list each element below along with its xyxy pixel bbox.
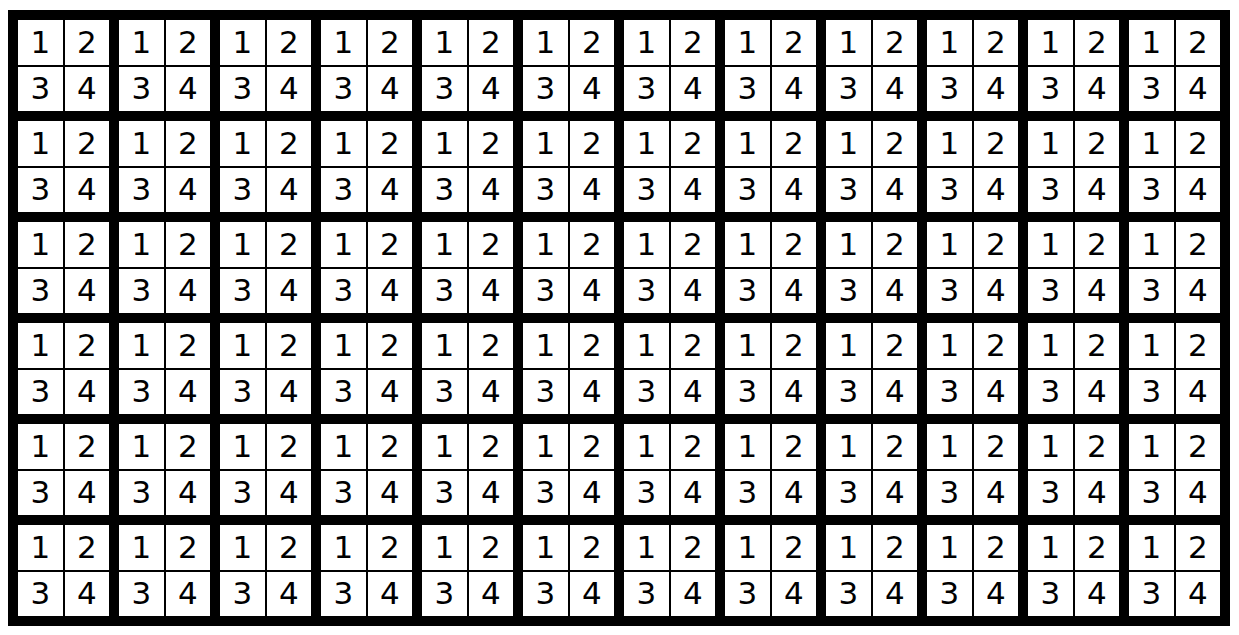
- block: 1234: [826, 121, 917, 212]
- cell: 4: [772, 67, 817, 112]
- block: 1234: [523, 20, 614, 111]
- cell: 3: [119, 471, 164, 516]
- cell: 3: [422, 471, 467, 516]
- cell: 3: [624, 67, 669, 112]
- cell: 1: [220, 121, 265, 166]
- cell: 1: [1028, 525, 1073, 570]
- block: 1234: [826, 525, 917, 616]
- cell: 1: [523, 424, 568, 469]
- cell: 2: [368, 323, 413, 368]
- cell: 4: [671, 572, 716, 617]
- cell: 2: [469, 323, 514, 368]
- block: 1234: [18, 121, 109, 212]
- cell: 2: [368, 121, 413, 166]
- cell: 2: [570, 525, 615, 570]
- puzzle-board: 1234123412341234123412341234123412341234…: [8, 10, 1230, 626]
- cell: 3: [220, 67, 265, 112]
- cell: 1: [725, 525, 770, 570]
- cell: 4: [1075, 168, 1120, 213]
- cell: 3: [220, 269, 265, 314]
- block: 1234: [624, 20, 715, 111]
- block: 1234: [1129, 323, 1220, 414]
- cell: 3: [523, 67, 568, 112]
- cell: 2: [1075, 222, 1120, 267]
- cell: 2: [671, 20, 716, 65]
- block: 1234: [18, 20, 109, 111]
- block: 1234: [927, 323, 1018, 414]
- cell: 2: [873, 20, 918, 65]
- cell: 4: [65, 67, 110, 112]
- cell: 2: [1075, 424, 1120, 469]
- cell: 3: [624, 168, 669, 213]
- cell: 3: [1129, 269, 1174, 314]
- cell: 1: [422, 525, 467, 570]
- block: 1234: [725, 323, 816, 414]
- cell: 1: [18, 424, 63, 469]
- cell: 4: [873, 67, 918, 112]
- cell: 4: [772, 471, 817, 516]
- cell: 1: [826, 424, 871, 469]
- cell: 2: [873, 323, 918, 368]
- cell: 3: [826, 67, 871, 112]
- cell: 4: [570, 471, 615, 516]
- cell: 2: [368, 222, 413, 267]
- cell: 4: [469, 370, 514, 415]
- cell: 1: [826, 323, 871, 368]
- block: 1234: [1028, 424, 1119, 515]
- cell: 2: [267, 121, 312, 166]
- cell: 4: [469, 67, 514, 112]
- cell: 3: [119, 370, 164, 415]
- cell: 4: [1176, 269, 1221, 314]
- cell: 4: [368, 370, 413, 415]
- cell: 1: [220, 222, 265, 267]
- cell: 1: [725, 20, 770, 65]
- cell: 2: [1075, 525, 1120, 570]
- cell: 1: [18, 222, 63, 267]
- block: 1234: [18, 222, 109, 313]
- cell: 2: [469, 525, 514, 570]
- cell: 1: [1028, 222, 1073, 267]
- block: 1234: [927, 121, 1018, 212]
- cell: 4: [974, 269, 1019, 314]
- cell: 1: [624, 222, 669, 267]
- cell: 4: [570, 572, 615, 617]
- cell: 2: [65, 323, 110, 368]
- cell: 4: [469, 168, 514, 213]
- cell: 4: [1176, 572, 1221, 617]
- cell: 4: [267, 471, 312, 516]
- cell: 1: [1129, 525, 1174, 570]
- cell: 4: [671, 471, 716, 516]
- cell: 1: [725, 121, 770, 166]
- cell: 1: [1028, 20, 1073, 65]
- cell: 4: [671, 370, 716, 415]
- cell: 4: [469, 471, 514, 516]
- cell: 3: [321, 67, 366, 112]
- cell: 3: [18, 168, 63, 213]
- cell: 1: [422, 323, 467, 368]
- block: 1234: [119, 121, 210, 212]
- cell: 2: [166, 323, 211, 368]
- block: 1234: [826, 222, 917, 313]
- cell: 4: [65, 370, 110, 415]
- cell: 2: [671, 525, 716, 570]
- cell: 3: [321, 370, 366, 415]
- cell: 3: [927, 370, 972, 415]
- block: 1234: [826, 323, 917, 414]
- cell: 1: [624, 525, 669, 570]
- cell: 1: [18, 323, 63, 368]
- block: 1234: [422, 323, 513, 414]
- cell: 4: [1075, 471, 1120, 516]
- cell: 4: [772, 370, 817, 415]
- cell: 2: [469, 222, 514, 267]
- cell: 4: [974, 168, 1019, 213]
- cell: 1: [1028, 121, 1073, 166]
- cell: 3: [523, 572, 568, 617]
- cell: 4: [671, 269, 716, 314]
- cell: 2: [772, 323, 817, 368]
- block: 1234: [826, 20, 917, 111]
- block: 1234: [1028, 222, 1119, 313]
- cell: 1: [422, 222, 467, 267]
- cell: 2: [166, 121, 211, 166]
- cell: 2: [65, 121, 110, 166]
- cell: 4: [1176, 370, 1221, 415]
- cell: 4: [368, 67, 413, 112]
- cell: 3: [826, 269, 871, 314]
- cell: 3: [220, 168, 265, 213]
- cell: 1: [1129, 121, 1174, 166]
- block: 1234: [422, 222, 513, 313]
- block: 1234: [422, 20, 513, 111]
- cell: 3: [927, 67, 972, 112]
- cell: 2: [974, 222, 1019, 267]
- cell: 2: [267, 525, 312, 570]
- cell: 1: [18, 20, 63, 65]
- cell: 3: [321, 572, 366, 617]
- cell: 1: [927, 424, 972, 469]
- block: 1234: [119, 525, 210, 616]
- cell: 4: [772, 269, 817, 314]
- cell: 3: [927, 269, 972, 314]
- cell: 2: [267, 222, 312, 267]
- cell: 4: [166, 67, 211, 112]
- cell: 4: [368, 269, 413, 314]
- cell: 3: [725, 67, 770, 112]
- cell: 1: [725, 424, 770, 469]
- cell: 3: [1129, 572, 1174, 617]
- cell: 2: [772, 20, 817, 65]
- cell: 1: [523, 222, 568, 267]
- cell: 3: [422, 67, 467, 112]
- cell: 4: [873, 471, 918, 516]
- cell: 3: [422, 269, 467, 314]
- block: 1234: [927, 20, 1018, 111]
- cell: 3: [422, 168, 467, 213]
- cell: 4: [974, 471, 1019, 516]
- cell: 1: [927, 121, 972, 166]
- block: 1234: [523, 424, 614, 515]
- cell: 2: [368, 525, 413, 570]
- cell: 4: [1075, 67, 1120, 112]
- cell: 3: [1129, 370, 1174, 415]
- cell: 4: [65, 572, 110, 617]
- cell: 4: [267, 168, 312, 213]
- cell: 3: [826, 572, 871, 617]
- block: 1234: [1129, 424, 1220, 515]
- cell: 4: [974, 572, 1019, 617]
- cell: 4: [873, 370, 918, 415]
- cell: 1: [725, 222, 770, 267]
- cell: 2: [671, 424, 716, 469]
- cell: 3: [1129, 471, 1174, 516]
- block: 1234: [725, 222, 816, 313]
- cell: 3: [18, 572, 63, 617]
- cell: 3: [18, 370, 63, 415]
- cell: 2: [65, 424, 110, 469]
- cell: 1: [1028, 323, 1073, 368]
- cell: 1: [119, 222, 164, 267]
- cell: 2: [974, 525, 1019, 570]
- cell: 4: [974, 67, 1019, 112]
- cell: 2: [166, 20, 211, 65]
- cell: 1: [826, 525, 871, 570]
- block: 1234: [220, 525, 311, 616]
- block: 1234: [1129, 121, 1220, 212]
- cell: 3: [321, 269, 366, 314]
- cell: 3: [1028, 67, 1073, 112]
- block: 1234: [220, 323, 311, 414]
- cell: 3: [220, 572, 265, 617]
- cell: 4: [974, 370, 1019, 415]
- cell: 4: [368, 572, 413, 617]
- cell: 2: [873, 424, 918, 469]
- cell: 2: [166, 525, 211, 570]
- cell: 2: [570, 121, 615, 166]
- cell: 3: [725, 572, 770, 617]
- cell: 2: [65, 525, 110, 570]
- cell: 2: [772, 121, 817, 166]
- cell: 3: [826, 370, 871, 415]
- cell: 2: [65, 222, 110, 267]
- cell: 2: [873, 525, 918, 570]
- cell: 2: [873, 121, 918, 166]
- cell: 1: [119, 323, 164, 368]
- block: 1234: [422, 525, 513, 616]
- cell: 2: [671, 222, 716, 267]
- cell: 3: [422, 370, 467, 415]
- cell: 1: [1129, 222, 1174, 267]
- block: 1234: [1028, 20, 1119, 111]
- cell: 4: [65, 471, 110, 516]
- block: 1234: [321, 121, 412, 212]
- cell: 3: [119, 168, 164, 213]
- block: 1234: [321, 525, 412, 616]
- cell: 3: [119, 269, 164, 314]
- cell: 3: [927, 168, 972, 213]
- cell: 3: [1028, 168, 1073, 213]
- block: 1234: [624, 323, 715, 414]
- cell: 3: [927, 471, 972, 516]
- cell: 4: [873, 572, 918, 617]
- block: 1234: [624, 424, 715, 515]
- cell: 3: [422, 572, 467, 617]
- cell: 3: [523, 168, 568, 213]
- cell: 4: [772, 168, 817, 213]
- block: 1234: [422, 424, 513, 515]
- cell: 2: [974, 323, 1019, 368]
- cell: 4: [570, 269, 615, 314]
- cell: 1: [1129, 20, 1174, 65]
- cell: 2: [1075, 323, 1120, 368]
- block: 1234: [321, 222, 412, 313]
- block: 1234: [18, 323, 109, 414]
- cell: 1: [220, 424, 265, 469]
- cell: 1: [220, 323, 265, 368]
- cell: 3: [1129, 67, 1174, 112]
- cell: 2: [772, 424, 817, 469]
- cell: 1: [523, 20, 568, 65]
- cell: 1: [220, 20, 265, 65]
- cell: 1: [624, 323, 669, 368]
- block: 1234: [927, 525, 1018, 616]
- cell: 4: [267, 572, 312, 617]
- cell: 4: [873, 269, 918, 314]
- cell: 1: [624, 424, 669, 469]
- block: 1234: [523, 525, 614, 616]
- cell: 2: [166, 424, 211, 469]
- cell: 1: [119, 20, 164, 65]
- cell: 2: [570, 424, 615, 469]
- cell: 4: [1176, 471, 1221, 516]
- cell: 3: [18, 471, 63, 516]
- block: 1234: [1129, 222, 1220, 313]
- cell: 1: [725, 323, 770, 368]
- cell: 1: [927, 20, 972, 65]
- cell: 2: [772, 525, 817, 570]
- cell: 3: [725, 168, 770, 213]
- cell: 3: [826, 168, 871, 213]
- cell: 2: [974, 20, 1019, 65]
- cell: 2: [1176, 323, 1221, 368]
- cell: 1: [18, 525, 63, 570]
- block: 1234: [220, 222, 311, 313]
- cell: 4: [267, 269, 312, 314]
- cell: 1: [321, 525, 366, 570]
- cell: 3: [1028, 269, 1073, 314]
- cell: 4: [166, 471, 211, 516]
- cell: 2: [469, 20, 514, 65]
- cell: 4: [267, 370, 312, 415]
- block: 1234: [119, 20, 210, 111]
- cell: 1: [523, 323, 568, 368]
- cell: 1: [119, 424, 164, 469]
- cell: 4: [772, 572, 817, 617]
- cell: 3: [523, 370, 568, 415]
- cell: 2: [1075, 121, 1120, 166]
- cell: 1: [321, 323, 366, 368]
- cell: 3: [523, 269, 568, 314]
- cell: 1: [18, 121, 63, 166]
- cell: 1: [119, 121, 164, 166]
- block: 1234: [220, 121, 311, 212]
- block: 1234: [725, 525, 816, 616]
- cell: 3: [725, 471, 770, 516]
- cell: 3: [119, 67, 164, 112]
- cell: 3: [321, 471, 366, 516]
- cell: 1: [422, 20, 467, 65]
- block: 1234: [1129, 525, 1220, 616]
- cell: 4: [166, 572, 211, 617]
- block: 1234: [119, 222, 210, 313]
- cell: 3: [1129, 168, 1174, 213]
- block: 1234: [1028, 525, 1119, 616]
- block: 1234: [624, 121, 715, 212]
- cell: 1: [220, 525, 265, 570]
- cell: 2: [267, 424, 312, 469]
- cell: 1: [422, 121, 467, 166]
- block: 1234: [523, 121, 614, 212]
- cell: 4: [1075, 370, 1120, 415]
- cell: 4: [1176, 67, 1221, 112]
- block: 1234: [18, 424, 109, 515]
- cell: 1: [624, 20, 669, 65]
- cell: 2: [974, 121, 1019, 166]
- cell: 4: [1176, 168, 1221, 213]
- cell: 3: [321, 168, 366, 213]
- block: 1234: [826, 424, 917, 515]
- cell: 1: [523, 121, 568, 166]
- cell: 3: [725, 269, 770, 314]
- cell: 3: [523, 471, 568, 516]
- block: 1234: [927, 222, 1018, 313]
- cell: 2: [1176, 20, 1221, 65]
- cell: 2: [1176, 121, 1221, 166]
- cell: 1: [1129, 323, 1174, 368]
- cell: 3: [1028, 471, 1073, 516]
- cell: 4: [1075, 572, 1120, 617]
- cell: 3: [220, 471, 265, 516]
- cell: 1: [927, 222, 972, 267]
- cell: 1: [927, 323, 972, 368]
- block: 1234: [725, 121, 816, 212]
- cell: 2: [671, 121, 716, 166]
- cell: 4: [166, 370, 211, 415]
- block: 1234: [321, 323, 412, 414]
- cell: 2: [570, 20, 615, 65]
- cell: 1: [927, 525, 972, 570]
- cell: 4: [873, 168, 918, 213]
- cell: 2: [469, 121, 514, 166]
- cell: 4: [166, 168, 211, 213]
- cell: 1: [321, 222, 366, 267]
- cell: 2: [469, 424, 514, 469]
- cell: 3: [624, 572, 669, 617]
- block: 1234: [422, 121, 513, 212]
- cell: 1: [1129, 424, 1174, 469]
- block: 1234: [1129, 20, 1220, 111]
- cell: 4: [570, 370, 615, 415]
- cell: 4: [469, 269, 514, 314]
- cell: 3: [826, 471, 871, 516]
- cell: 4: [368, 168, 413, 213]
- block: 1234: [1028, 323, 1119, 414]
- block: 1234: [523, 323, 614, 414]
- cell: 4: [1075, 269, 1120, 314]
- cell: 1: [422, 424, 467, 469]
